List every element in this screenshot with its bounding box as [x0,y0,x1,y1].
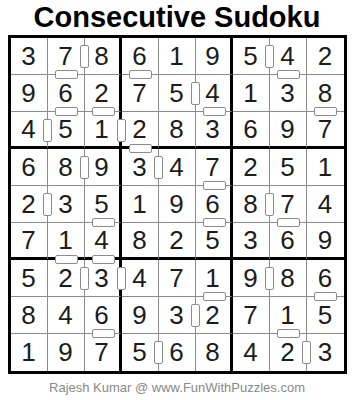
consecutive-marker-h-r1c2 [55,70,78,79]
cell-r1c1: 3 [11,38,48,75]
cell-r1c7: 5 [233,38,270,75]
cell-r1c9: 2 [307,38,344,75]
cell-r9c9: 3 [307,334,344,371]
cell-r4c5: 4 [159,149,196,186]
consecutive-marker-v-r4c2 [80,156,89,179]
cell-r2c4: 7 [122,75,159,112]
cell-r9c4: 5 [122,334,159,371]
consecutive-marker-h-r2c3 [92,107,115,116]
cell-r6c7: 3 [233,223,270,260]
consecutive-marker-v-r9c4 [154,341,163,364]
cell-r5c4: 1 [122,186,159,223]
cell-r4c7: 2 [233,149,270,186]
cell-r2c7: 1 [233,75,270,112]
cell-r9c7: 4 [233,334,270,371]
cell-r4c4: 3 [122,149,159,186]
cell-r2c8: 3 [270,75,307,112]
consecutive-marker-v-r7c7 [265,267,274,290]
cell-r9c1: 1 [11,334,48,371]
consecutive-marker-v-r5c7 [265,193,274,216]
cell-r7c2: 2 [48,260,85,297]
cell-r6c1: 7 [11,223,48,260]
cell-r9c6: 8 [196,334,233,371]
cell-r5c2: 3 [48,186,85,223]
consecutive-marker-h-r7c9 [314,292,337,301]
cell-r4c3: 9 [85,149,122,186]
cell-r1c6: 9 [196,38,233,75]
cell-r8c7: 7 [233,297,270,334]
cell-r7c1: 5 [11,260,48,297]
cell-r7c7: 9 [233,260,270,297]
cell-r5c7: 8 [233,186,270,223]
cell-r2c1: 9 [11,75,48,112]
consecutive-marker-v-r4c4 [154,156,163,179]
cell-r7c5: 7 [159,260,196,297]
consecutive-marker-h-r8c3 [92,329,115,338]
consecutive-marker-v-r9c8 [302,341,311,364]
consecutive-marker-h-r7c6 [203,292,226,301]
cell-r9c3: 7 [85,334,122,371]
consecutive-marker-h-r2c9 [314,107,337,116]
credit-text: Rajesh Kumar @ www.FunWithPuzzles.com [49,380,305,395]
cell-r8c1: 8 [11,297,48,334]
cell-r3c9: 7 [307,112,344,149]
cell-r9c2: 9 [48,334,85,371]
cell-r2c5: 5 [159,75,196,112]
consecutive-marker-h-r3c4 [129,144,152,153]
consecutive-marker-v-r5c1 [43,193,52,216]
cell-r4c9: 1 [307,149,344,186]
consecutive-marker-v-r7c3 [117,267,126,290]
consecutive-marker-v-r2c5 [191,82,200,105]
cell-r4c8: 5 [270,149,307,186]
consecutive-marker-v-r8c5 [191,304,200,327]
cell-r1c5: 1 [159,38,196,75]
cell-r6c5: 2 [159,223,196,260]
cell-r5c1: 2 [11,186,48,223]
consecutive-marker-v-r3c1 [43,119,52,142]
cell-r3c2: 5 [48,112,85,149]
cell-r8c2: 4 [48,297,85,334]
cell-r8c5: 3 [159,297,196,334]
sudoku-board: 3786195429627541384512836976893472512351… [8,35,347,374]
cell-r5c5: 9 [159,186,196,223]
cell-r4c2: 8 [48,149,85,186]
consecutive-marker-v-r1c7 [265,45,274,68]
cell-r4c1: 6 [11,149,48,186]
cell-r8c9: 5 [307,297,344,334]
cell-r6c6: 5 [196,223,233,260]
cell-r3c5: 8 [159,112,196,149]
cell-r8c4: 9 [122,297,159,334]
cell-r3c8: 9 [270,112,307,149]
consecutive-marker-h-r5c3 [92,218,115,227]
cell-r1c3: 8 [85,38,122,75]
consecutive-marker-h-r6c3 [92,255,115,264]
consecutive-marker-h-r2c2 [55,107,78,116]
consecutive-marker-h-r6c2 [55,255,78,264]
cell-r7c3: 3 [85,260,122,297]
cell-r3c1: 4 [11,112,48,149]
page: Consecutive Sudoku 378619542962754138451… [0,0,354,400]
consecutive-marker-v-r1c2 [80,45,89,68]
consecutive-marker-h-r1c8 [277,70,300,79]
cell-r6c8: 6 [270,223,307,260]
consecutive-marker-h-r5c6 [203,218,226,227]
cell-r7c8: 8 [270,260,307,297]
consecutive-marker-h-r8c8 [277,329,300,338]
page-title: Consecutive Sudoku [34,1,321,33]
cell-r6c9: 9 [307,223,344,260]
consecutive-marker-h-r2c6 [203,107,226,116]
cell-r3c3: 1 [85,112,122,149]
cell-r9c8: 2 [270,334,307,371]
cell-r7c4: 4 [122,260,159,297]
cell-r3c6: 3 [196,112,233,149]
consecutive-marker-v-r3c3 [117,119,126,142]
consecutive-marker-h-r5c8 [277,218,300,227]
consecutive-marker-h-r4c6 [203,181,226,190]
cell-r5c9: 4 [307,186,344,223]
consecutive-marker-h-r1c4 [129,70,152,79]
cell-r9c5: 6 [159,334,196,371]
consecutive-marker-v-r7c2 [80,267,89,290]
cell-r8c6: 2 [196,297,233,334]
cell-r3c7: 6 [233,112,270,149]
cell-r6c4: 8 [122,223,159,260]
